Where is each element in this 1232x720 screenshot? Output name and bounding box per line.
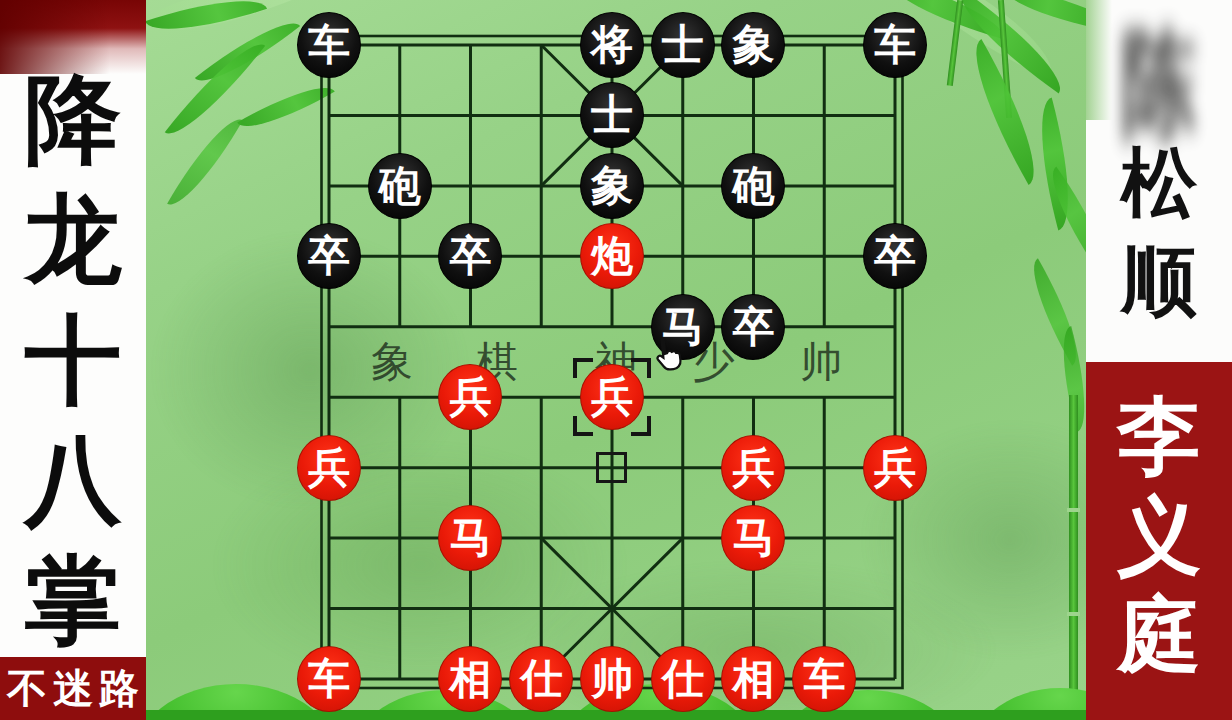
- piece-red-马[interactable]: 马: [721, 505, 785, 571]
- title-char: 龙: [25, 192, 122, 289]
- player-name-char: 顺: [1121, 243, 1197, 319]
- player-name-char: 义: [1117, 495, 1201, 579]
- player-name-char: 李: [1117, 395, 1201, 479]
- footer-char: 路: [99, 661, 139, 716]
- player-name-black: 陈 松 顺: [1086, 46, 1232, 319]
- piece-red-仕[interactable]: 仕: [509, 646, 573, 712]
- piece-black-卒[interactable]: 卒: [297, 223, 361, 289]
- piece-red-炮[interactable]: 炮: [580, 223, 644, 289]
- xiangqi-board[interactable]: 车将士象车士砲象砲卒卒炮卒马卒兵兵兵兵兵马马车相仕帅仕相车: [294, 10, 931, 714]
- player-name-char: 庭: [1117, 594, 1201, 678]
- title-char: 掌: [25, 553, 122, 650]
- piece-red-仕[interactable]: 仕: [651, 646, 715, 712]
- player-name-char: 松: [1121, 145, 1197, 221]
- piece-red-兵[interactable]: 兵: [438, 364, 502, 430]
- move-origin-marker: [596, 452, 627, 483]
- piece-black-将[interactable]: 将: [580, 12, 644, 78]
- piece-black-砲[interactable]: 砲: [721, 153, 785, 219]
- player-name-red-panel: 李 义 庭: [1086, 362, 1232, 720]
- piece-black-士[interactable]: 士: [580, 82, 644, 148]
- piece-red-相[interactable]: 相: [721, 646, 785, 712]
- piece-black-车[interactable]: 车: [297, 12, 361, 78]
- piece-red-兵[interactable]: 兵: [721, 435, 785, 501]
- piece-black-车[interactable]: 车: [863, 12, 927, 78]
- player-name-red: 李 义 庭: [1086, 395, 1232, 678]
- footer-char: 不: [7, 661, 47, 716]
- footer-char: 迷: [53, 661, 93, 716]
- xiangqi-video-frame: 象 棋 神 少 帅 车将士象车士砲象砲卒卒炮卒马卒兵兵兵兵兵马马车相仕帅仕相车 …: [0, 0, 1232, 720]
- piece-red-车[interactable]: 车: [297, 646, 361, 712]
- piece-red-相[interactable]: 相: [438, 646, 502, 712]
- piece-red-兵[interactable]: 兵: [863, 435, 927, 501]
- piece-black-卒[interactable]: 卒: [721, 294, 785, 360]
- players-panel: 陈 松 顺 李 义 庭: [1086, 0, 1232, 720]
- left-panel-red-gradient: [0, 0, 146, 74]
- title-char: 八: [25, 433, 122, 530]
- title-char: 十: [25, 313, 122, 410]
- left-title-panel: 降 龙 十 八 掌 不 迷 路: [0, 0, 146, 720]
- piece-black-卒[interactable]: 卒: [438, 223, 502, 289]
- piece-red-车[interactable]: 车: [792, 646, 856, 712]
- selection-bracket: [573, 358, 651, 436]
- piece-red-兵[interactable]: 兵: [297, 435, 361, 501]
- hand-cursor-icon: [644, 332, 693, 384]
- player-name-char-blurred: 陈: [1121, 25, 1197, 143]
- piece-red-帅[interactable]: 帅: [580, 646, 644, 712]
- title-char: 降: [25, 72, 122, 169]
- piece-black-象[interactable]: 象: [580, 153, 644, 219]
- video-title-vertical: 降 龙 十 八 掌: [0, 72, 146, 650]
- piece-black-士[interactable]: 士: [651, 12, 715, 78]
- piece-black-卒[interactable]: 卒: [863, 223, 927, 289]
- piece-red-马[interactable]: 马: [438, 505, 502, 571]
- piece-black-砲[interactable]: 砲: [368, 153, 432, 219]
- piece-black-象[interactable]: 象: [721, 12, 785, 78]
- footer-banner: 不 迷 路: [0, 657, 146, 720]
